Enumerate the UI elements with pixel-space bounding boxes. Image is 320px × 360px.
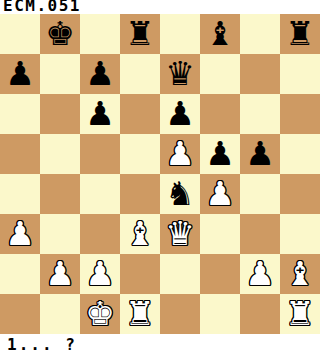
- square-b3[interactable]: [40, 214, 80, 254]
- square-f7[interactable]: [200, 54, 240, 94]
- square-e7[interactable]: ♛: [160, 54, 200, 94]
- square-e2[interactable]: [160, 254, 200, 294]
- square-e6[interactable]: ♟: [160, 94, 200, 134]
- black-pawn: ♟: [85, 94, 115, 134]
- square-c4[interactable]: [80, 174, 120, 214]
- square-d7[interactable]: [120, 54, 160, 94]
- square-f1[interactable]: [200, 294, 240, 334]
- square-e3[interactable]: ♛: [160, 214, 200, 254]
- square-d2[interactable]: [120, 254, 160, 294]
- black-rook: ♜: [285, 14, 315, 54]
- square-a6[interactable]: [0, 94, 40, 134]
- chess-diagram-screen: ECM.051 ♚♜♝♜♟♟♛♟♟♟♟♟♞♟♟♝♛♟♟♟♝♚♜♜ 1... ?: [0, 0, 320, 360]
- square-a1[interactable]: [0, 294, 40, 334]
- white-pawn: ♟: [165, 134, 195, 174]
- square-h1[interactable]: ♜: [280, 294, 320, 334]
- black-bishop: ♝: [205, 14, 235, 54]
- square-e4[interactable]: ♞: [160, 174, 200, 214]
- square-c3[interactable]: [80, 214, 120, 254]
- white-pawn: ♟: [45, 254, 75, 294]
- white-pawn: ♟: [205, 174, 235, 214]
- square-g6[interactable]: [240, 94, 280, 134]
- white-pawn: ♟: [85, 254, 115, 294]
- black-pawn: ♟: [5, 54, 35, 94]
- black-king: ♚: [45, 14, 75, 54]
- square-b7[interactable]: [40, 54, 80, 94]
- black-pawn: ♟: [85, 54, 115, 94]
- white-bishop: ♝: [285, 254, 315, 294]
- square-h4[interactable]: [280, 174, 320, 214]
- white-pawn: ♟: [5, 214, 35, 254]
- square-d5[interactable]: [120, 134, 160, 174]
- square-f2[interactable]: [200, 254, 240, 294]
- black-pawn: ♟: [165, 94, 195, 134]
- square-h8[interactable]: ♜: [280, 14, 320, 54]
- move-prompt: 1... ?: [7, 336, 77, 354]
- white-pawn: ♟: [245, 254, 275, 294]
- white-rook: ♜: [125, 294, 155, 334]
- square-d4[interactable]: [120, 174, 160, 214]
- black-rook: ♜: [125, 14, 155, 54]
- square-g5[interactable]: ♟: [240, 134, 280, 174]
- black-pawn: ♟: [205, 134, 235, 174]
- square-h3[interactable]: [280, 214, 320, 254]
- square-c2[interactable]: ♟: [80, 254, 120, 294]
- square-c7[interactable]: ♟: [80, 54, 120, 94]
- square-a2[interactable]: [0, 254, 40, 294]
- square-d8[interactable]: ♜: [120, 14, 160, 54]
- square-g8[interactable]: [240, 14, 280, 54]
- black-pawn: ♟: [245, 134, 275, 174]
- square-e5[interactable]: ♟: [160, 134, 200, 174]
- diagram-title: ECM.051: [3, 0, 81, 14]
- square-g4[interactable]: [240, 174, 280, 214]
- square-f4[interactable]: ♟: [200, 174, 240, 214]
- square-a4[interactable]: [0, 174, 40, 214]
- square-d1[interactable]: ♜: [120, 294, 160, 334]
- square-c6[interactable]: ♟: [80, 94, 120, 134]
- square-f3[interactable]: [200, 214, 240, 254]
- square-a5[interactable]: [0, 134, 40, 174]
- square-g3[interactable]: [240, 214, 280, 254]
- black-knight: ♞: [165, 174, 195, 214]
- square-g7[interactable]: [240, 54, 280, 94]
- square-b1[interactable]: [40, 294, 80, 334]
- square-c5[interactable]: [80, 134, 120, 174]
- white-rook: ♜: [285, 294, 315, 334]
- black-queen: ♛: [165, 54, 195, 94]
- square-e8[interactable]: [160, 14, 200, 54]
- square-h5[interactable]: [280, 134, 320, 174]
- square-g1[interactable]: [240, 294, 280, 334]
- square-b2[interactable]: ♟: [40, 254, 80, 294]
- square-b4[interactable]: [40, 174, 80, 214]
- square-a3[interactable]: ♟: [0, 214, 40, 254]
- square-f8[interactable]: ♝: [200, 14, 240, 54]
- square-f6[interactable]: [200, 94, 240, 134]
- square-c8[interactable]: [80, 14, 120, 54]
- square-d3[interactable]: ♝: [120, 214, 160, 254]
- square-b8[interactable]: ♚: [40, 14, 80, 54]
- square-f5[interactable]: ♟: [200, 134, 240, 174]
- square-b6[interactable]: [40, 94, 80, 134]
- square-b5[interactable]: [40, 134, 80, 174]
- chess-board: ♚♜♝♜♟♟♛♟♟♟♟♟♞♟♟♝♛♟♟♟♝♚♜♜: [0, 14, 320, 334]
- square-g2[interactable]: ♟: [240, 254, 280, 294]
- square-a8[interactable]: [0, 14, 40, 54]
- square-h7[interactable]: [280, 54, 320, 94]
- white-queen: ♛: [165, 214, 195, 254]
- square-h6[interactable]: [280, 94, 320, 134]
- square-c1[interactable]: ♚: [80, 294, 120, 334]
- square-e1[interactable]: [160, 294, 200, 334]
- square-d6[interactable]: [120, 94, 160, 134]
- square-h2[interactable]: ♝: [280, 254, 320, 294]
- white-king: ♚: [85, 294, 115, 334]
- white-bishop: ♝: [125, 214, 155, 254]
- square-a7[interactable]: ♟: [0, 54, 40, 94]
